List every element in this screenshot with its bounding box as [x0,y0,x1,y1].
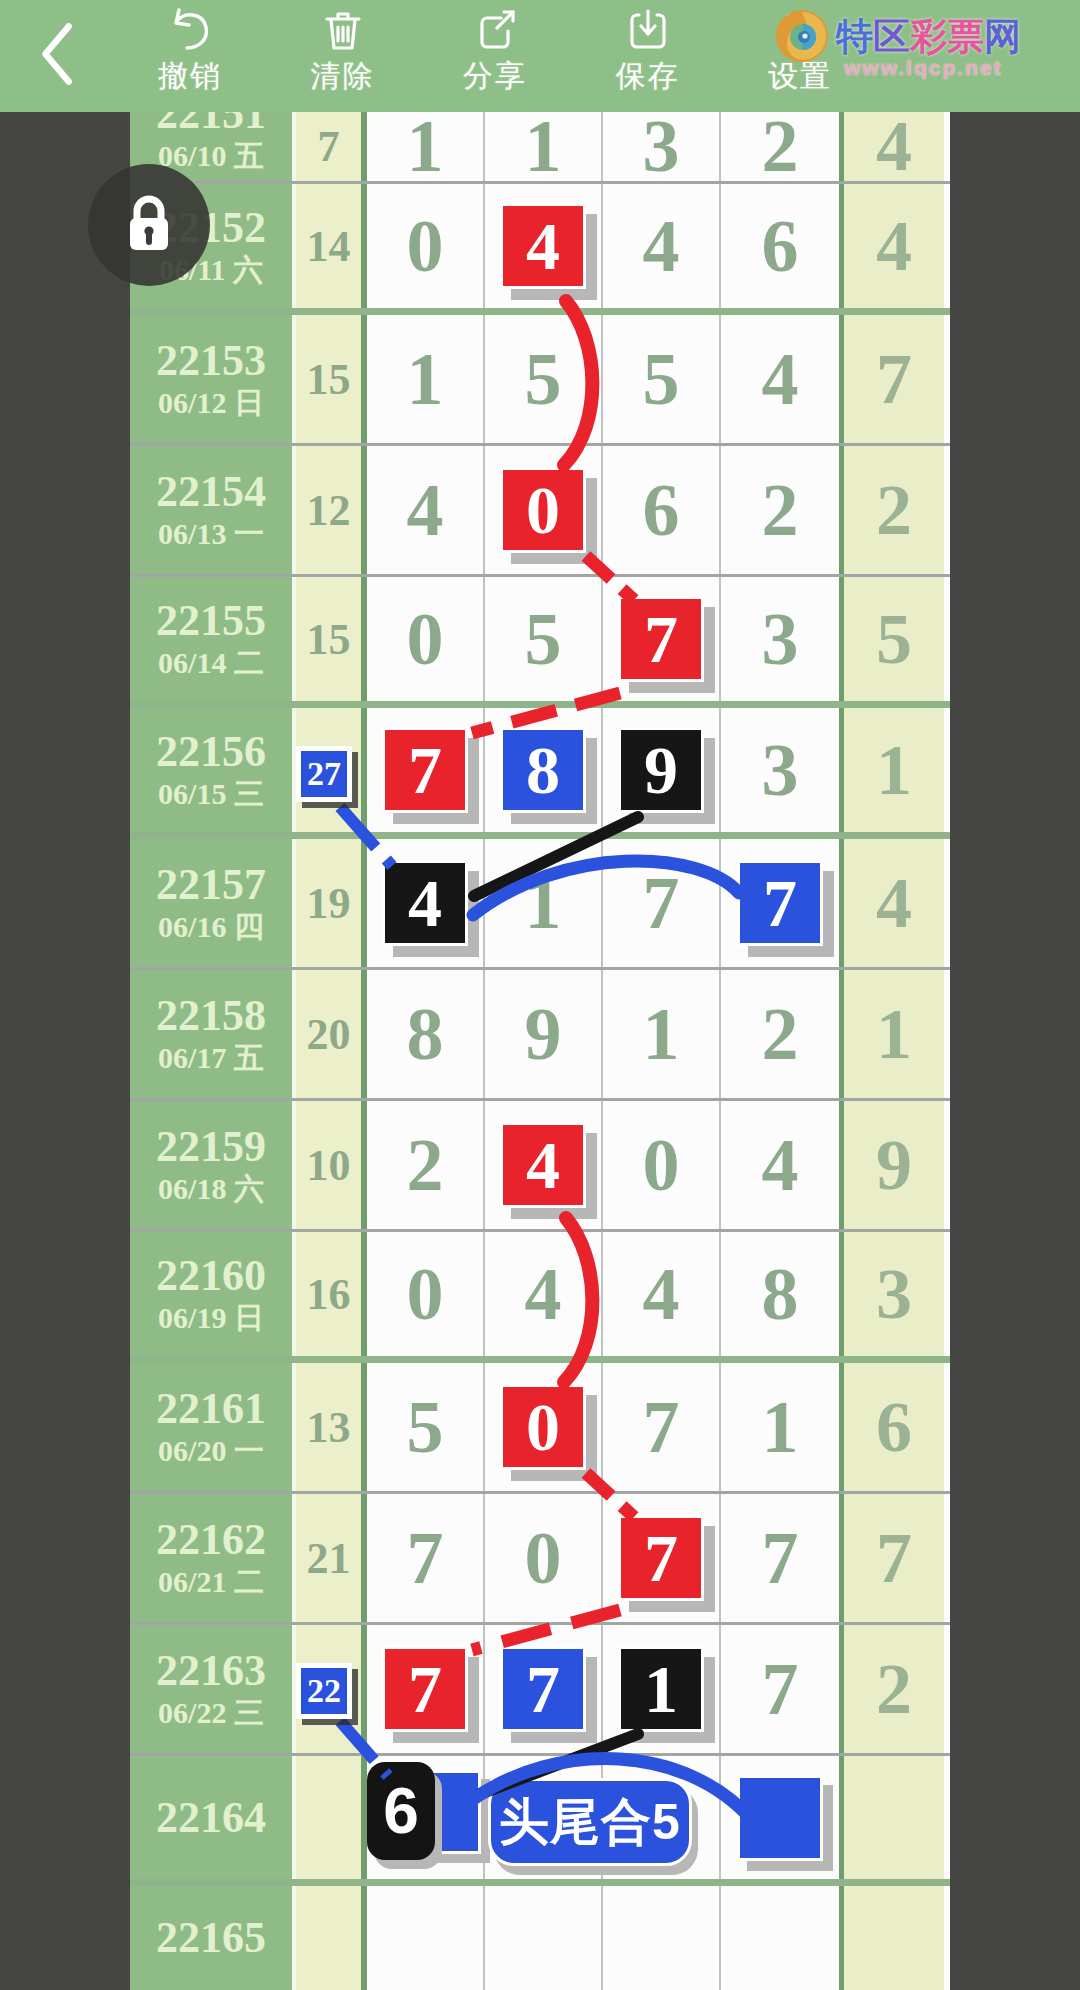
digit-cell: 3 [603,112,721,181]
tail-digit-cell: 4 [844,112,944,181]
digit: 1 [407,337,444,422]
draw-date: 06/13 一 [156,516,266,552]
digit: 0 [407,1252,444,1337]
digit-cell: 3 [721,577,839,701]
period-cell: 2216206/21 二 [130,1494,296,1622]
period-cell: 2215306/12 日 [130,315,296,443]
table-row: 2215306/12 日1515547 [130,315,950,446]
digit-cell: 0 [367,577,485,701]
digit: 5 [525,337,562,422]
digit: 0 [525,1516,562,1601]
digit-cell: 1 [721,1363,839,1491]
draw-date: 06/22 三 [156,1695,266,1731]
tail-digit-cell [844,1756,944,1879]
digit: 1 [643,992,680,1077]
toolbar: 撤销 清除 分享 保存 [0,0,1080,112]
digit: 1 [525,112,562,184]
digit: 7 [643,861,680,946]
period-number: 22158 [156,992,266,1040]
tail-digit-cell: 9 [844,1101,944,1229]
digit: 4 [643,204,680,289]
table-row: 2215606/15 三78931 [130,708,950,839]
table-row: 2215206/11 六1404464 [130,184,950,315]
digit-cell: 7 [485,1625,603,1753]
table-row: 2215106/10 五711324 [130,112,950,184]
digit-cell: 8 [721,1232,839,1356]
table-row: 2216306/22 三77172 [130,1625,950,1756]
draw-date: 06/15 三 [156,776,266,812]
marked-digit-box-blue: 8 [500,727,586,813]
digit-cell: 7 [367,1494,485,1622]
back-button[interactable] [28,12,84,100]
digit: 3 [762,597,799,682]
digit-cell: 0 [367,1232,485,1356]
period-cell: 2215406/13 一 [130,446,296,574]
digit: 8 [407,992,444,1077]
digit-cell: 7 [367,1625,485,1753]
table-row: 2216106/20 一1350716 [130,1363,950,1494]
digit-cell [721,1886,839,1990]
digit-cell: 5 [603,315,721,443]
digit: 2 [762,112,799,184]
share-button[interactable]: 分享 [435,0,555,112]
lock-icon [120,192,178,258]
digit-cell: 4 [485,1101,603,1229]
digit-cell: 7 [603,839,721,967]
marked-digit-box-red: 7 [618,1515,704,1601]
share-icon [471,6,519,54]
table-row: 2215806/17 五2089121 [130,970,950,1101]
watermark-url: www.lqcp.net [844,56,1003,80]
digit-cell: 0 [367,184,485,308]
digit-cell: 1 [485,839,603,967]
period-number: 22157 [156,861,266,909]
share-label: 分享 [463,56,527,97]
clear-button[interactable]: 清除 [283,0,403,112]
tail-digit-cell: 4 [844,839,944,967]
digit-cell: 6 [721,184,839,308]
sum-cell: 10 [296,1101,361,1229]
period-cell: 2215706/16 四 [130,839,296,967]
draw-date: 06/16 四 [156,909,266,945]
digit: 5 [643,337,680,422]
sum-cell: 21 [296,1494,361,1622]
draw-date: 06/20 一 [156,1433,266,1469]
digit: 3 [643,112,680,184]
tail-digit-cell: 1 [844,708,944,832]
marked-digit-box-red: 0 [500,467,586,553]
digit-cell: 4 [485,1232,603,1356]
marked-digit-box-black: 9 [618,727,704,813]
table-row: 2215406/13 一1240622 [130,446,950,577]
digit-cell [721,1756,839,1879]
digit-cell: 7 [603,1363,721,1491]
watermark: 特区彩票网 www.lqcp.net [864,4,1074,90]
digit-cell [485,1756,603,1879]
draw-date: 06/14 二 [156,645,266,681]
undo-button[interactable]: 撤销 [130,0,250,112]
digit: 1 [762,1385,799,1470]
draw-date: 06/12 日 [156,385,266,421]
digit: 4 [643,1252,680,1337]
digit-cell: 5 [367,1363,485,1491]
tail-digit-cell: 4 [844,184,944,308]
digit-cell: 6 [367,1756,485,1879]
digit: 8 [762,1252,799,1337]
draw-date: 06/17 五 [156,1040,266,1076]
sum-cell: 7 [296,112,361,181]
marked-digit-box-red: 7 [382,1646,468,1732]
period-number: 22164 [156,1794,266,1842]
digit: 0 [407,204,444,289]
digit: 3 [762,728,799,813]
tail-digit-cell: 2 [844,1625,944,1753]
watermark-site-name: 特区彩票网 [836,12,1021,62]
clear-label: 清除 [311,56,375,97]
digit-cell: 2 [721,446,839,574]
digit: 1 [407,112,444,184]
digit-cell: 7 [367,708,485,832]
digit-cell [603,1756,721,1879]
digit-cell: 7 [721,1625,839,1753]
save-icon [624,6,672,54]
digit-cell: 4 [485,184,603,308]
save-label: 保存 [616,56,680,97]
table-row: 2215706/16 四1941774 [130,839,950,970]
digit: 6 [762,204,799,289]
digit: 4 [762,1123,799,1208]
digit-cell: 0 [603,1101,721,1229]
table-row: 2215506/14 二1505735 [130,577,950,708]
sum-cell: 19 [296,839,361,967]
digit: 5 [407,1385,444,1470]
period-cell: 2215606/15 三 [130,708,296,832]
tail-digit-cell: 7 [844,315,944,443]
digit: 6 [643,468,680,553]
digit: 0 [643,1123,680,1208]
digit-cell: 7 [721,839,839,967]
digit: 7 [643,1385,680,1470]
settings-button[interactable]: 设置 [740,0,860,112]
digit: 4 [525,1252,562,1337]
marked-digit-box-black: 1 [618,1646,704,1732]
period-number: 22161 [156,1385,266,1433]
marked-digit-box-blue: 7 [500,1646,586,1732]
digit-cell: 1 [367,112,485,181]
period-number: 22153 [156,337,266,385]
draw-date: 06/19 日 [156,1300,266,1336]
digit-cell: 7 [603,577,721,701]
settings-label: 设置 [768,56,832,97]
sum-cell: 14 [296,184,361,308]
period-number: 22154 [156,468,266,516]
table-row: 2216206/21 二2170777 [130,1494,950,1625]
digit: 2 [762,468,799,553]
digit-cell: 4 [721,315,839,443]
sum-cell [296,1886,361,1990]
digit-cell: 5 [485,577,603,701]
tail-digit-cell: 1 [844,970,944,1098]
digit-cell: 9 [603,708,721,832]
period-cell: 2216306/22 三 [130,1625,296,1753]
period-number: 22162 [156,1516,266,1564]
digit-cell: 4 [367,839,485,967]
digit: 1 [525,861,562,946]
table-row: 221646 [130,1756,950,1886]
digit-cell: 6 [603,446,721,574]
tail-digit-cell: 7 [844,1494,944,1622]
digit-cell: 1 [603,970,721,1098]
digit-cell: 4 [603,1232,721,1356]
digit: 2 [762,992,799,1077]
digit-cell: 8 [367,970,485,1098]
tail-digit-cell: 3 [844,1232,944,1356]
undo-label: 撤销 [158,56,222,97]
digit-cell: 4 [367,446,485,574]
digit-cell: 2 [367,1101,485,1229]
undo-icon [166,6,214,54]
sum-cell [296,1756,361,1879]
marked-digit-box-black: 4 [382,860,468,946]
digit-cell: 3 [721,708,839,832]
digit-cell: 0 [485,1494,603,1622]
table-row: 2216006/19 日1604483 [130,1232,950,1363]
digit-cell: 0 [485,446,603,574]
digit-cell: 1 [485,112,603,181]
period-cell: 2215906/18 六 [130,1101,296,1229]
period-number: 22163 [156,1647,266,1695]
digit-cell: 5 [485,315,603,443]
sum-cell: 16 [296,1232,361,1356]
trash-icon [319,6,367,54]
back-chevron-icon [36,20,76,92]
digit-cell: 7 [721,1494,839,1622]
black-rounded-digit-box: 6 [367,1762,435,1860]
digit-cell: 0 [485,1363,603,1491]
digit: 9 [525,992,562,1077]
sum-cell: 20 [296,970,361,1098]
digit-cell [367,1886,485,1990]
period-cell: 22164 [130,1756,296,1879]
digit-cell: 7 [603,1494,721,1622]
tail-digit-cell: 6 [844,1363,944,1491]
period-number: 22156 [156,728,266,776]
digit-cell [485,1886,603,1990]
period-cell: 2215506/14 二 [130,577,296,701]
digit-cell: 1 [603,1625,721,1753]
period-cell: 2215806/17 五 [130,970,296,1098]
sum-cell: 13 [296,1363,361,1491]
sum-cell: 15 [296,577,361,701]
period-cell: 2216006/19 日 [130,1232,296,1356]
digit-cell [603,1886,721,1990]
draw-date: 06/21 二 [156,1564,266,1600]
sum-badge: 27 [296,746,352,802]
digit-cell: 2 [721,112,839,181]
digit: 2 [407,1123,444,1208]
digit-cell: 9 [485,970,603,1098]
digit: 7 [762,1516,799,1601]
marked-digit-box-blue: 7 [737,860,823,946]
table-row: 2215906/18 六1024049 [130,1101,950,1232]
marked-digit-box-red: 4 [500,1122,586,1208]
marked-digit-box-red: 0 [500,1384,586,1470]
digit: 4 [762,337,799,422]
period-number: 22155 [156,597,266,645]
sum-badge: 22 [296,1663,352,1719]
period-cell: 22165 [130,1886,296,1990]
save-button[interactable]: 保存 [588,0,708,112]
draw-date: 06/18 六 [156,1171,266,1207]
digit: 7 [762,1647,799,1732]
marked-digit-box-red: 7 [382,727,468,813]
digit: 5 [525,597,562,682]
tail-digit-cell [844,1886,944,1990]
period-number: 22165 [156,1914,266,1962]
sum-cell: 15 [296,315,361,443]
empty-blue-box [737,1775,823,1861]
marked-digit-box-red: 4 [500,203,586,289]
table-row: 22165 [130,1886,950,1990]
digit: 7 [407,1516,444,1601]
settings-icon [776,6,824,54]
marked-digit-box-red: 7 [618,596,704,682]
period-cell: 2216106/20 一 [130,1363,296,1491]
digit: 0 [407,597,444,682]
tail-digit-cell: 2 [844,446,944,574]
digit: 4 [407,468,444,553]
period-number: 22151 [156,112,266,138]
digit-cell: 2 [721,970,839,1098]
period-number: 22160 [156,1252,266,1300]
digit-cell: 1 [367,315,485,443]
period-number: 22159 [156,1123,266,1171]
lock-toggle[interactable] [88,164,210,286]
sum-cell: 12 [296,446,361,574]
digit-cell: 4 [603,184,721,308]
tail-digit-cell: 5 [844,577,944,701]
digit-cell: 8 [485,708,603,832]
drawn-mark-six: 6 [367,1758,483,1878]
digit-cell: 4 [721,1101,839,1229]
trend-chart-table: 2215106/10 五7113242215206/11 六1404464221… [130,112,950,1990]
